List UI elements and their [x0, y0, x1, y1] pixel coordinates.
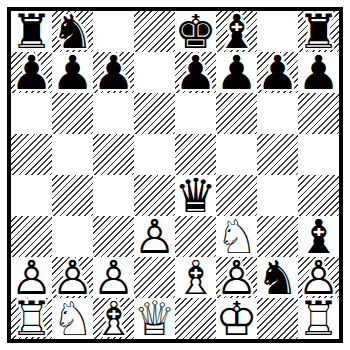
- square-c4[interactable]: [93, 175, 134, 216]
- white-king-outline: ♔: [216, 298, 257, 339]
- white-knight-outline: ♘: [52, 298, 93, 339]
- square-g6[interactable]: [257, 93, 298, 134]
- square-c7[interactable]: ♟: [93, 52, 134, 93]
- black-pawn: ♟: [257, 52, 298, 93]
- square-f7[interactable]: ♟: [216, 52, 257, 93]
- square-d1[interactable]: ♛♕: [134, 298, 175, 339]
- square-g5[interactable]: [257, 134, 298, 175]
- white-queen-outline: ♕: [134, 298, 175, 339]
- square-d7[interactable]: [134, 52, 175, 93]
- square-a5[interactable]: [11, 134, 52, 175]
- black-pawn-glyph: ♟: [52, 52, 93, 93]
- white-bishop-outline: ♗: [93, 298, 134, 339]
- square-e4[interactable]: ♛: [175, 175, 216, 216]
- page: ♜♞♚♝♜♟♟♟♟♟♟♟♛♟♙♞♘♝♟♙♟♙♟♙♝♗♟♙♞♟♙♜♖♞♘♝♗♛♕♚…: [0, 0, 350, 350]
- white-pawn: ♟♙: [134, 216, 175, 257]
- square-d8[interactable]: [134, 11, 175, 52]
- black-knight: ♞: [257, 257, 298, 298]
- square-b1[interactable]: ♞♘: [52, 298, 93, 339]
- black-pawn-glyph: ♟: [298, 52, 339, 93]
- black-pawn: ♟: [93, 52, 134, 93]
- square-b5[interactable]: [52, 134, 93, 175]
- square-a4[interactable]: [11, 175, 52, 216]
- square-e7[interactable]: ♟: [175, 52, 216, 93]
- square-c6[interactable]: [93, 93, 134, 134]
- square-d3[interactable]: ♟♙: [134, 216, 175, 257]
- square-c1[interactable]: ♝♗: [93, 298, 134, 339]
- black-pawn-glyph: ♟: [175, 52, 216, 93]
- square-e2[interactable]: ♝♗: [175, 257, 216, 298]
- white-rook-outline: ♖: [298, 298, 339, 339]
- square-h6[interactable]: [298, 93, 339, 134]
- white-bishop: ♝♗: [175, 257, 216, 298]
- white-bishop: ♝♗: [93, 298, 134, 339]
- square-f1[interactable]: ♚♔: [216, 298, 257, 339]
- square-g2[interactable]: ♞: [257, 257, 298, 298]
- square-a1[interactable]: ♜♖: [11, 298, 52, 339]
- black-pawn: ♟: [298, 52, 339, 93]
- black-pawn-glyph: ♟: [216, 52, 257, 93]
- square-h1[interactable]: ♜♖: [298, 298, 339, 339]
- black-pawn-glyph: ♟: [93, 52, 134, 93]
- square-e6[interactable]: [175, 93, 216, 134]
- square-h7[interactable]: ♟: [298, 52, 339, 93]
- white-rook: ♜♖: [298, 298, 339, 339]
- board-frame: ♜♞♚♝♜♟♟♟♟♟♟♟♛♟♙♞♘♝♟♙♟♙♟♙♝♗♟♙♞♟♙♜♖♞♘♝♗♛♕♚…: [7, 7, 343, 343]
- black-pawn: ♟: [175, 52, 216, 93]
- white-bishop-outline: ♗: [175, 257, 216, 298]
- white-knight: ♞♘: [52, 298, 93, 339]
- square-a6[interactable]: [11, 93, 52, 134]
- white-rook: ♜♖: [11, 298, 52, 339]
- chess-board: ♜♞♚♝♜♟♟♟♟♟♟♟♛♟♙♞♘♝♟♙♟♙♟♙♝♗♟♙♞♟♙♜♖♞♘♝♗♛♕♚…: [11, 11, 339, 339]
- black-pawn: ♟: [52, 52, 93, 93]
- black-pawn: ♟: [11, 52, 52, 93]
- square-d5[interactable]: [134, 134, 175, 175]
- square-g1[interactable]: [257, 298, 298, 339]
- square-a7[interactable]: ♟: [11, 52, 52, 93]
- black-pawn-glyph: ♟: [257, 52, 298, 93]
- square-d6[interactable]: [134, 93, 175, 134]
- square-f5[interactable]: [216, 134, 257, 175]
- black-queen: ♛: [175, 175, 216, 216]
- square-e1[interactable]: [175, 298, 216, 339]
- square-f6[interactable]: [216, 93, 257, 134]
- white-king: ♚♔: [216, 298, 257, 339]
- square-b4[interactable]: [52, 175, 93, 216]
- white-queen: ♛♕: [134, 298, 175, 339]
- white-pawn-outline: ♙: [134, 216, 175, 257]
- square-c5[interactable]: [93, 134, 134, 175]
- square-h5[interactable]: [298, 134, 339, 175]
- black-queen-glyph: ♛: [175, 175, 216, 216]
- black-pawn: ♟: [216, 52, 257, 93]
- black-pawn-glyph: ♟: [11, 52, 52, 93]
- square-g7[interactable]: ♟: [257, 52, 298, 93]
- square-b6[interactable]: [52, 93, 93, 134]
- white-rook-outline: ♖: [11, 298, 52, 339]
- square-b7[interactable]: ♟: [52, 52, 93, 93]
- black-knight-glyph: ♞: [257, 257, 298, 298]
- square-g4[interactable]: [257, 175, 298, 216]
